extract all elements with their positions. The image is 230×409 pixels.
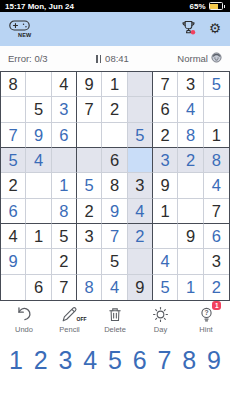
user-digit: 7 xyxy=(9,127,18,144)
sudoku-board: 8491735537264796528154632821583946829417… xyxy=(0,71,230,301)
day-mode-button[interactable]: Day xyxy=(148,305,174,334)
given-digit: 5 xyxy=(59,228,68,245)
given-digit: 6 xyxy=(161,101,170,118)
user-digit: 4 xyxy=(212,177,221,194)
sudoku-cell-r2c8[interactable]: 4 xyxy=(178,97,203,122)
user-digit: 6 xyxy=(9,203,18,220)
trophy-icon xyxy=(180,19,197,40)
user-digit: 8 xyxy=(85,279,94,296)
sudoku-cell-r8c7[interactable]: 4 xyxy=(153,249,178,274)
sudoku-cell-r2c3[interactable]: 3 xyxy=(52,97,77,122)
sudoku-cell-r6c6[interactable]: 4 xyxy=(128,199,153,224)
given-digit: 2 xyxy=(110,101,119,118)
sudoku-cell-r4c4[interactable] xyxy=(77,148,102,173)
difficulty-selector[interactable]: Normal xyxy=(177,52,222,65)
sudoku-cell-r1c3[interactable]: 4 xyxy=(52,72,77,97)
sudoku-cell-r2c5[interactable]: 2 xyxy=(102,97,127,122)
sudoku-cell-r3c1[interactable]: 7 xyxy=(1,123,26,148)
sudoku-cell-r7c9[interactable]: 6 xyxy=(204,224,229,249)
sudoku-cell-r7c6[interactable]: 2 xyxy=(128,224,153,249)
user-digit: 2 xyxy=(212,279,221,296)
sudoku-cell-r7c4[interactable]: 3 xyxy=(77,224,102,249)
given-digit: 3 xyxy=(212,253,221,270)
user-digit: 4 xyxy=(135,203,144,220)
sudoku-cell-r4c6[interactable] xyxy=(128,148,153,173)
user-digit: 5 xyxy=(212,76,221,93)
sudoku-cell-r3c6[interactable]: 5 xyxy=(128,123,153,148)
sudoku-cell-r4c5[interactable]: 6 xyxy=(102,148,127,173)
battery-icon xyxy=(209,2,223,10)
given-digit: 9 xyxy=(135,279,144,296)
given-digit: 6 xyxy=(34,279,43,296)
sudoku-cell-r1c1[interactable]: 8 xyxy=(1,72,26,97)
sudoku-cell-r3c3[interactable]: 6 xyxy=(52,123,77,148)
given-digit: 3 xyxy=(186,76,195,93)
sudoku-cell-r1c8[interactable]: 3 xyxy=(178,72,203,97)
sudoku-cell-r3c9[interactable]: 1 xyxy=(204,123,229,148)
sudoku-cell-r2c9[interactable] xyxy=(204,97,229,122)
difficulty-label: Normal xyxy=(177,53,208,64)
given-digit: 2 xyxy=(85,203,94,220)
user-digit: 8 xyxy=(212,152,221,169)
sudoku-cell-r4c9[interactable]: 8 xyxy=(204,148,229,173)
given-digit: 1 xyxy=(212,127,221,144)
sudoku-cell-r9c7[interactable]: 5 xyxy=(153,275,178,300)
numpad-7[interactable]: 7 xyxy=(158,348,172,373)
pause-icon[interactable] xyxy=(96,55,101,63)
user-digit: 3 xyxy=(59,101,68,118)
sudoku-cell-r5c5[interactable]: 8 xyxy=(102,173,127,198)
sudoku-cell-r6c1[interactable]: 6 xyxy=(1,199,26,224)
timer: 08:41 xyxy=(105,53,129,64)
given-digit: 9 xyxy=(85,76,94,93)
day-label: Day xyxy=(154,325,167,334)
user-digit: 2 xyxy=(186,152,195,169)
pencil-label: Pencil xyxy=(59,325,79,334)
gear-icon: ⚙ xyxy=(209,22,221,36)
sudoku-cell-r8c9[interactable]: 3 xyxy=(204,249,229,274)
given-digit: 3 xyxy=(85,228,94,245)
given-digit: 9 xyxy=(161,177,170,194)
user-digit: 4 xyxy=(110,279,119,296)
sudoku-cell-r7c5[interactable]: 7 xyxy=(102,224,127,249)
sudoku-cell-r7c8[interactable]: 9 xyxy=(178,224,203,249)
sudoku-cell-r9c2[interactable]: 6 xyxy=(26,275,51,300)
svg-text:?: ? xyxy=(204,309,208,316)
sudoku-cell-r6c4[interactable]: 2 xyxy=(77,199,102,224)
sudoku-cell-r6c7[interactable]: 1 xyxy=(153,199,178,224)
sun-icon xyxy=(151,305,170,324)
sudoku-cell-r8c8[interactable] xyxy=(178,249,203,274)
delete-button[interactable]: Delete xyxy=(102,305,128,334)
sudoku-cell-r9c3[interactable]: 7 xyxy=(52,275,77,300)
sudoku-cell-r1c5[interactable]: 1 xyxy=(102,72,127,97)
given-digit: 5 xyxy=(34,101,43,118)
given-digit: 8 xyxy=(110,177,119,194)
numpad-8[interactable]: 8 xyxy=(182,348,196,373)
numpad-4[interactable]: 4 xyxy=(83,348,97,373)
sudoku-cell-r3c4[interactable] xyxy=(77,123,102,148)
given-digit: 2 xyxy=(161,127,170,144)
given-digit: 4 xyxy=(9,228,18,245)
user-digit: 3 xyxy=(161,152,170,169)
sudoku-cell-r9c5[interactable]: 4 xyxy=(102,275,127,300)
sudoku-cell-r2c7[interactable]: 6 xyxy=(153,97,178,122)
user-digit: 5 xyxy=(135,127,144,144)
status-datetime: 15:17 Mon, Jun 24 xyxy=(5,2,74,11)
battery-percent: 65% xyxy=(189,2,205,11)
user-digit: 1 xyxy=(186,279,195,296)
sudoku-cell-r5c3[interactable]: 1 xyxy=(52,173,77,198)
numpad-2[interactable]: 2 xyxy=(34,348,48,373)
user-digit: 8 xyxy=(186,127,195,144)
sudoku-cell-r1c6[interactable] xyxy=(128,72,153,97)
sudoku-cell-r4c1[interactable]: 5 xyxy=(1,148,26,173)
sudoku-cell-r4c7[interactable]: 3 xyxy=(153,148,178,173)
sudoku-cell-r5c9[interactable]: 4 xyxy=(204,173,229,198)
trophy-button[interactable] xyxy=(180,19,197,40)
user-digit: 5 xyxy=(85,177,94,194)
given-digit: 8 xyxy=(9,76,18,93)
new-game-button[interactable]: NEW xyxy=(9,19,31,39)
user-digit: 4 xyxy=(34,152,43,169)
user-digit: 8 xyxy=(59,203,68,220)
numpad-3[interactable]: 3 xyxy=(59,348,73,373)
sudoku-cell-r8c2[interactable] xyxy=(26,249,51,274)
sudoku-cell-r2c2[interactable]: 5 xyxy=(26,97,51,122)
given-digit: 6 xyxy=(110,152,119,169)
error-counter: Error: 0/3 xyxy=(8,53,48,64)
sudoku-cell-r1c7[interactable]: 7 xyxy=(153,72,178,97)
undo-label: Undo xyxy=(15,325,33,334)
user-digit: 4 xyxy=(186,101,195,118)
hint-label: Hint xyxy=(199,325,212,334)
sudoku-cell-r9c4[interactable]: 8 xyxy=(77,275,102,300)
sudoku-cell-r6c5[interactable]: 9 xyxy=(102,199,127,224)
pencil-button[interactable]: OFF Pencil xyxy=(57,305,83,334)
undo-button[interactable]: Undo xyxy=(11,305,37,334)
user-digit: 9 xyxy=(34,127,43,144)
sudoku-cell-r7c2[interactable]: 1 xyxy=(26,224,51,249)
given-digit: 2 xyxy=(59,253,68,270)
given-digit: 1 xyxy=(110,76,119,93)
sudoku-cell-r8c3[interactable]: 2 xyxy=(52,249,77,274)
given-digit: 2 xyxy=(9,177,18,194)
sudoku-cell-r8c4[interactable] xyxy=(77,249,102,274)
sudoku-cell-r9c8[interactable]: 1 xyxy=(178,275,203,300)
app-header: NEW ⚙ xyxy=(0,12,230,46)
sudoku-cell-r8c5[interactable]: 5 xyxy=(102,249,127,274)
trash-icon xyxy=(106,305,124,324)
pencil-off-tag: OFF xyxy=(77,316,87,322)
user-digit: 1 xyxy=(59,177,68,194)
given-digit: 7 xyxy=(85,101,94,118)
sudoku-cell-r5c8[interactable] xyxy=(178,173,203,198)
status-bar: 15:17 Mon, Jun 24 65% xyxy=(0,0,230,12)
sudoku-cell-r6c3[interactable]: 8 xyxy=(52,199,77,224)
user-digit: 4 xyxy=(161,253,170,270)
battery-tip xyxy=(224,5,226,8)
number-pad: 123456789 xyxy=(0,334,230,373)
sudoku-cell-r2c1[interactable] xyxy=(1,97,26,122)
numpad-5[interactable]: 5 xyxy=(108,348,122,373)
sudoku-cell-r5c4[interactable]: 5 xyxy=(77,173,102,198)
given-digit: 7 xyxy=(161,76,170,93)
new-game-label: NEW xyxy=(18,33,31,39)
sudoku-cell-r2c6[interactable] xyxy=(128,97,153,122)
sudoku-cell-r9c9[interactable]: 2 xyxy=(204,275,229,300)
toolbar: Undo OFF Pencil Delete xyxy=(0,301,230,334)
sudoku-cell-r2c4[interactable]: 7 xyxy=(77,97,102,122)
sudoku-cell-r3c7[interactable]: 2 xyxy=(153,123,178,148)
user-digit: 6 xyxy=(212,228,221,245)
sudoku-cell-r5c1[interactable]: 2 xyxy=(1,173,26,198)
hint-button[interactable]: ? 1 Hint xyxy=(193,305,219,334)
given-digit: 9 xyxy=(186,228,195,245)
sudoku-cell-r1c9[interactable]: 5 xyxy=(204,72,229,97)
delete-label: Delete xyxy=(104,325,126,334)
sudoku-cell-r6c2[interactable] xyxy=(26,199,51,224)
undo-icon xyxy=(15,305,34,324)
given-digit: 4 xyxy=(59,76,68,93)
sudoku-cell-r9c6[interactable]: 9 xyxy=(128,275,153,300)
sudoku-cell-r8c1[interactable]: 9 xyxy=(1,249,26,274)
sudoku-cell-r7c1[interactable]: 4 xyxy=(1,224,26,249)
sudoku-cell-r5c2[interactable] xyxy=(26,173,51,198)
user-digit: 9 xyxy=(9,253,18,270)
info-bar: Error: 0/3 08:41 Normal xyxy=(0,46,230,71)
face-icon xyxy=(211,52,222,65)
sudoku-cell-r6c9[interactable]: 7 xyxy=(204,199,229,224)
sudoku-cell-r3c8[interactable]: 8 xyxy=(178,123,203,148)
sudoku-cell-r5c6[interactable]: 3 xyxy=(128,173,153,198)
sudoku-cell-r4c3[interactable] xyxy=(52,148,77,173)
numpad-1[interactable]: 1 xyxy=(9,348,23,373)
sudoku-cell-r7c3[interactable]: 5 xyxy=(52,224,77,249)
user-digit: 7 xyxy=(110,228,119,245)
sudoku-cell-r9c1[interactable] xyxy=(1,275,26,300)
numpad-6[interactable]: 6 xyxy=(133,348,147,373)
sudoku-cell-r4c2[interactable]: 4 xyxy=(26,148,51,173)
given-digit: 1 xyxy=(161,203,170,220)
user-digit: 5 xyxy=(161,279,170,296)
sudoku-cell-r5c7[interactable]: 9 xyxy=(153,173,178,198)
given-digit: 1 xyxy=(34,228,43,245)
given-digit: 3 xyxy=(135,177,144,194)
sudoku-cell-r3c5[interactable] xyxy=(102,123,127,148)
numpad-9[interactable]: 9 xyxy=(207,348,221,373)
given-digit: 7 xyxy=(59,279,68,296)
hint-badge: 1 xyxy=(212,301,221,310)
given-digit: 5 xyxy=(110,253,119,270)
user-digit: 6 xyxy=(59,127,68,144)
sudoku-cell-r8c6[interactable] xyxy=(128,249,153,274)
sudoku-cell-r1c2[interactable] xyxy=(26,72,51,97)
user-digit: 2 xyxy=(135,228,144,245)
sudoku-cell-r3c2[interactable]: 9 xyxy=(26,123,51,148)
sudoku-cell-r4c8[interactable]: 2 xyxy=(178,148,203,173)
sudoku-cell-r7c7[interactable] xyxy=(153,224,178,249)
sudoku-cell-r1c4[interactable]: 9 xyxy=(77,72,102,97)
settings-button[interactable]: ⚙ xyxy=(209,22,221,36)
given-digit: 7 xyxy=(212,203,221,220)
sudoku-cell-r6c8[interactable] xyxy=(178,199,203,224)
user-digit: 5 xyxy=(9,152,18,169)
user-digit: 9 xyxy=(110,203,119,220)
